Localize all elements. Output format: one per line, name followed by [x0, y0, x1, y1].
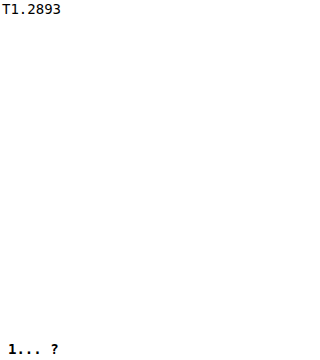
move-prompt: 1... ?: [0, 340, 320, 360]
chess-board: [0, 20, 320, 340]
chess-puzzle-app: T1.2893 1... ?: [0, 0, 320, 360]
puzzle-id: T1.2893: [0, 0, 320, 20]
